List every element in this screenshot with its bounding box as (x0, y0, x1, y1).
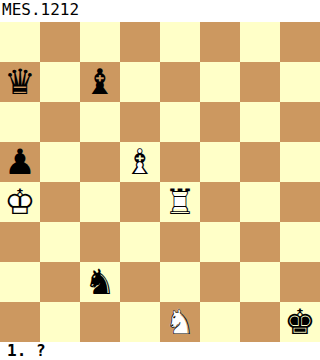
square-a7[interactable]: ♛ (0, 62, 40, 102)
chess-board: ♛♝♟♝♗♚♔♜♖♞♞♘♚ (0, 22, 320, 342)
piece-glyph: ♞ (80, 262, 120, 302)
square-h7[interactable] (280, 62, 320, 102)
square-b1[interactable] (40, 302, 80, 342)
square-a3[interactable] (0, 222, 40, 262)
square-c6[interactable] (80, 102, 120, 142)
square-f4[interactable] (200, 182, 240, 222)
square-f3[interactable] (200, 222, 240, 262)
square-b6[interactable] (40, 102, 80, 142)
piece-glyph: ♝ (80, 62, 120, 102)
square-c4[interactable] (80, 182, 120, 222)
piece-outline: ♗ (120, 142, 160, 182)
square-c5[interactable] (80, 142, 120, 182)
square-d2[interactable] (120, 262, 160, 302)
square-e7[interactable] (160, 62, 200, 102)
square-d5[interactable]: ♝♗ (120, 142, 160, 182)
square-e8[interactable] (160, 22, 200, 62)
square-e5[interactable] (160, 142, 200, 182)
square-g6[interactable] (240, 102, 280, 142)
square-g4[interactable] (240, 182, 280, 222)
square-a6[interactable] (0, 102, 40, 142)
square-g8[interactable] (240, 22, 280, 62)
square-f2[interactable] (200, 262, 240, 302)
square-f6[interactable] (200, 102, 240, 142)
square-g1[interactable] (240, 302, 280, 342)
square-h2[interactable] (280, 262, 320, 302)
square-g2[interactable] (240, 262, 280, 302)
square-c2[interactable]: ♞ (80, 262, 120, 302)
square-e2[interactable] (160, 262, 200, 302)
square-d1[interactable] (120, 302, 160, 342)
square-a4[interactable]: ♚♔ (0, 182, 40, 222)
white-king[interactable]: ♚♔ (0, 182, 40, 222)
black-knight[interactable]: ♞ (80, 262, 120, 302)
white-bishop[interactable]: ♝♗ (120, 142, 160, 182)
puzzle-id: MES.1212 (0, 0, 320, 22)
square-g5[interactable] (240, 142, 280, 182)
piece-outline: ♖ (160, 182, 200, 222)
square-a2[interactable] (0, 262, 40, 302)
square-b5[interactable] (40, 142, 80, 182)
piece-glyph: ♛ (0, 62, 40, 102)
square-b2[interactable] (40, 262, 80, 302)
square-h3[interactable] (280, 222, 320, 262)
piece-outline: ♘ (160, 302, 200, 342)
square-d6[interactable] (120, 102, 160, 142)
piece-outline: ♔ (0, 182, 40, 222)
square-d7[interactable] (120, 62, 160, 102)
square-a1[interactable] (0, 302, 40, 342)
piece-glyph: ♟ (0, 142, 40, 182)
square-h1[interactable]: ♚ (280, 302, 320, 342)
square-e6[interactable] (160, 102, 200, 142)
square-b7[interactable] (40, 62, 80, 102)
square-b4[interactable] (40, 182, 80, 222)
square-d3[interactable] (120, 222, 160, 262)
square-h8[interactable] (280, 22, 320, 62)
square-a8[interactable] (0, 22, 40, 62)
square-d4[interactable] (120, 182, 160, 222)
square-f1[interactable] (200, 302, 240, 342)
black-pawn[interactable]: ♟ (0, 142, 40, 182)
black-queen[interactable]: ♛ (0, 62, 40, 102)
square-f5[interactable] (200, 142, 240, 182)
square-f8[interactable] (200, 22, 240, 62)
piece-glyph: ♚ (280, 302, 320, 342)
square-c3[interactable] (80, 222, 120, 262)
square-g3[interactable] (240, 222, 280, 262)
square-e4[interactable]: ♜♖ (160, 182, 200, 222)
black-bishop[interactable]: ♝ (80, 62, 120, 102)
square-c7[interactable]: ♝ (80, 62, 120, 102)
square-h5[interactable] (280, 142, 320, 182)
square-f7[interactable] (200, 62, 240, 102)
white-knight[interactable]: ♞♘ (160, 302, 200, 342)
square-c8[interactable] (80, 22, 120, 62)
square-b3[interactable] (40, 222, 80, 262)
square-d8[interactable] (120, 22, 160, 62)
square-c1[interactable] (80, 302, 120, 342)
square-h4[interactable] (280, 182, 320, 222)
square-g7[interactable] (240, 62, 280, 102)
square-b8[interactable] (40, 22, 80, 62)
square-a5[interactable]: ♟ (0, 142, 40, 182)
square-e3[interactable] (160, 222, 200, 262)
square-e1[interactable]: ♞♘ (160, 302, 200, 342)
black-king[interactable]: ♚ (280, 302, 320, 342)
white-rook[interactable]: ♜♖ (160, 182, 200, 222)
square-h6[interactable] (280, 102, 320, 142)
move-prompt: 1. ? (0, 342, 320, 360)
